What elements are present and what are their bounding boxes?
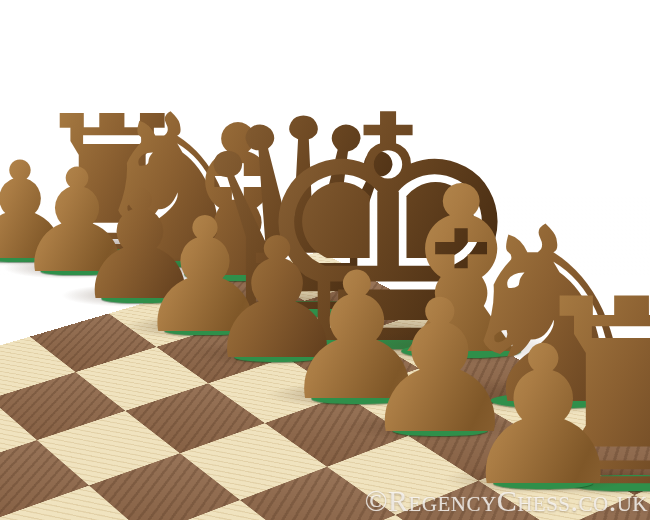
chess-set-photo-scene: ♜♞♝♛♚♝♞♜♟♟♟♟♟♟♟♟ ©RegencyChess.co.uk <box>0 0 650 520</box>
pawn-glyph: ♟ <box>447 321 639 513</box>
chess-pieces-layer: ♜♞♝♛♚♝♞♜♟♟♟♟♟♟♟♟ <box>0 0 650 520</box>
chess-piece-pawn: ♟ <box>447 321 639 513</box>
